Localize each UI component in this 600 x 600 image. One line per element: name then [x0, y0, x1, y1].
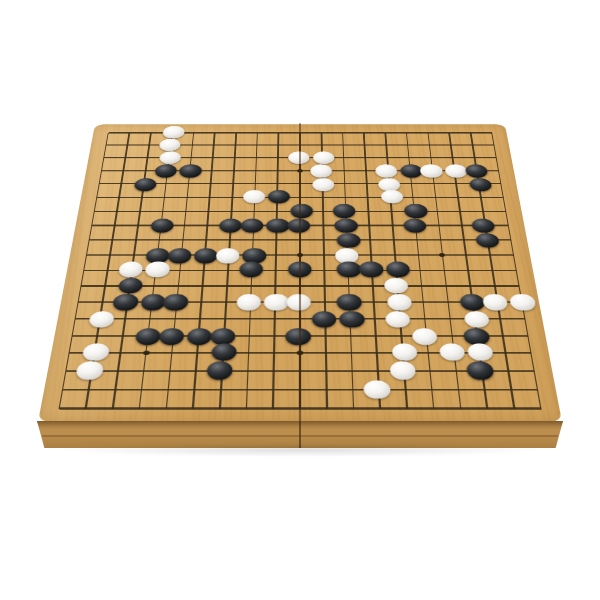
- black-stone: [133, 178, 157, 191]
- black-stone: [466, 362, 494, 380]
- black-stone: [240, 218, 263, 232]
- black-stone: [471, 218, 496, 232]
- white-stone: [420, 165, 443, 178]
- black-stone: [337, 262, 361, 277]
- black-stone: [337, 294, 362, 310]
- black-stone: [211, 343, 237, 360]
- black-stone: [465, 165, 489, 178]
- black-stone: [150, 218, 174, 232]
- black-stone: [333, 204, 356, 218]
- white-stone: [88, 311, 115, 328]
- black-stone: [359, 262, 384, 277]
- white-stone: [391, 343, 418, 360]
- board-shadow: [55, 443, 545, 457]
- black-stone: [167, 248, 192, 263]
- black-stone: [404, 204, 428, 218]
- black-stone: [459, 294, 486, 310]
- white-stone: [385, 311, 411, 328]
- white-stone: [243, 190, 266, 203]
- white-stone: [159, 139, 182, 151]
- white-stone: [310, 165, 332, 178]
- black-stone: [219, 218, 243, 232]
- white-stone: [390, 362, 417, 380]
- white-stone: [375, 165, 398, 178]
- white-stone: [264, 294, 289, 310]
- white-stone: [216, 248, 240, 263]
- black-stone: [134, 328, 161, 345]
- black-stone: [403, 218, 427, 232]
- black-stone: [268, 190, 290, 203]
- board-fold-seam: [299, 123, 302, 423]
- black-stone: [400, 165, 423, 178]
- white-stone: [412, 328, 439, 345]
- black-stone: [207, 362, 234, 380]
- black-stone: [335, 218, 358, 232]
- white-stone: [312, 178, 334, 191]
- white-stone: [463, 311, 490, 328]
- black-stone: [468, 178, 492, 191]
- black-stone: [186, 328, 212, 345]
- white-stone: [118, 262, 144, 277]
- black-stone: [312, 311, 337, 328]
- white-stone: [387, 294, 413, 310]
- white-stone: [380, 190, 403, 203]
- white-stone: [509, 294, 536, 310]
- white-stone: [76, 362, 105, 380]
- white-stone: [444, 165, 468, 178]
- go-board-product-photo: [0, 0, 600, 600]
- black-stone: [140, 294, 166, 310]
- white-stone: [313, 151, 335, 164]
- black-stone: [163, 294, 189, 310]
- white-stone: [158, 151, 181, 164]
- black-stone: [194, 248, 219, 263]
- black-stone: [158, 328, 185, 345]
- black-stone: [337, 233, 361, 248]
- black-stone: [475, 233, 500, 248]
- white-stone: [236, 294, 261, 310]
- black-stone: [112, 294, 139, 310]
- go-board: [38, 124, 562, 422]
- white-stone: [364, 380, 391, 398]
- hoshi-point: [439, 253, 445, 257]
- white-stone: [482, 294, 509, 310]
- white-stone: [384, 278, 409, 294]
- black-stone: [385, 262, 410, 277]
- black-stone: [290, 204, 313, 218]
- white-stone: [145, 262, 170, 277]
- hoshi-point: [142, 351, 149, 355]
- white-stone: [438, 343, 465, 360]
- black-stone: [117, 278, 143, 294]
- white-stone: [82, 343, 110, 360]
- black-stone: [239, 262, 263, 277]
- black-stone: [266, 218, 289, 232]
- white-stone: [467, 343, 495, 360]
- black-stone: [154, 165, 177, 178]
- black-stone: [179, 165, 202, 178]
- black-stone: [339, 311, 364, 328]
- white-stone: [163, 126, 185, 138]
